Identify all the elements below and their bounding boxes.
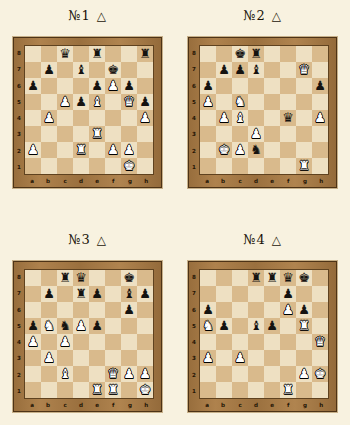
square-f5 <box>280 318 296 334</box>
square-c3 <box>57 126 73 142</box>
square-a3: ♟ <box>200 350 216 366</box>
square-c7: ♟ <box>232 62 248 78</box>
square-e7 <box>264 62 280 78</box>
square-e8: ♜ <box>89 46 105 62</box>
rank-label-8: 8 <box>190 47 198 60</box>
square-g7 <box>296 286 312 302</box>
black-pawn-piece: ♟ <box>43 62 55 78</box>
file-label-d: d <box>74 400 87 410</box>
square-d2: ♞ <box>248 142 264 158</box>
board-squares: ♜♛♚♟♜♟♝♟♟♟♞♞♟♟♟♟♟♝♛♟♟♜♜♚ <box>24 269 154 399</box>
rank-label-2: 2 <box>15 368 23 381</box>
square-b5 <box>41 94 57 110</box>
square-h3 <box>137 350 153 366</box>
black-queen-piece: ♛ <box>75 270 87 286</box>
square-c7 <box>57 62 73 78</box>
white-king-piece: ♚ <box>314 366 326 382</box>
square-b4 <box>41 334 57 350</box>
diagram-1-label: №1△ <box>68 8 107 24</box>
square-b3 <box>41 126 57 142</box>
square-b8 <box>216 270 232 286</box>
white-knight-piece: ♞ <box>43 318 55 334</box>
square-h2 <box>312 142 328 158</box>
square-h4: ♟ <box>137 110 153 126</box>
square-a4: ♟ <box>25 334 41 350</box>
square-f8 <box>280 46 296 62</box>
white-pawn-piece: ♟ <box>75 318 87 334</box>
rank-label-2: 2 <box>190 368 198 381</box>
square-f7: ♟ <box>280 286 296 302</box>
file-label-e: e <box>266 176 279 186</box>
square-g1 <box>121 382 137 398</box>
square-b6 <box>41 302 57 318</box>
file-label-c: c <box>233 400 246 410</box>
rank-label-5: 5 <box>15 95 23 108</box>
square-h1: ♚ <box>137 382 153 398</box>
square-d3: ♟ <box>248 126 264 142</box>
white-king-piece: ♚ <box>139 382 151 398</box>
square-d6 <box>248 78 264 94</box>
square-a8 <box>200 270 216 286</box>
rank-label-4: 4 <box>190 112 198 125</box>
square-f7 <box>105 286 121 302</box>
black-knight-piece: ♞ <box>250 142 262 158</box>
square-g5: ♜ <box>296 318 312 334</box>
square-g6: ♟ <box>121 78 137 94</box>
diagram-3: №3△ 87654321 ♜♛♚♟♜♟♝♟♟♟♞♞♟♟♟♟♟♝♛♟♟♜♜♚ ab… <box>13 232 162 412</box>
square-b8 <box>216 46 232 62</box>
chess-board-1: 87654321 ♛♜♜♟♝♚♟♟♟♟♟♟♝♛♟♟♟♜♟♜♟♟♚ abcdefg… <box>13 37 162 188</box>
square-c2: ♝ <box>57 366 73 382</box>
black-queen-piece: ♛ <box>59 46 71 62</box>
square-g2: ♟ <box>121 142 137 158</box>
square-h8 <box>137 270 153 286</box>
chess-board-3: 87654321 ♜♛♚♟♜♟♝♟♟♟♞♞♟♟♟♟♟♝♛♟♟♜♜♚ abcdef… <box>13 261 162 412</box>
square-h4 <box>137 334 153 350</box>
square-h7 <box>312 62 328 78</box>
square-b7: ♟ <box>41 62 57 78</box>
black-pawn-piece: ♟ <box>139 286 151 302</box>
black-pawn-piece: ♟ <box>91 78 103 94</box>
white-pawn-piece: ♟ <box>202 94 214 110</box>
square-c4 <box>232 334 248 350</box>
square-h6: ♟ <box>312 78 328 94</box>
square-f3 <box>280 350 296 366</box>
square-g4 <box>296 110 312 126</box>
square-e7: ♟ <box>89 286 105 302</box>
white-pawn-piece: ♟ <box>139 366 151 382</box>
square-e5: ♝ <box>89 94 105 110</box>
square-c2 <box>232 366 248 382</box>
square-a2 <box>25 366 41 382</box>
square-c6 <box>232 302 248 318</box>
square-d1 <box>248 382 264 398</box>
board-squares: ♚♜♟♟♝♛♟♟♟♞♟♝♛♟♟♚♟♞♜ <box>199 45 329 175</box>
square-g4 <box>121 110 137 126</box>
white-rook-piece: ♜ <box>282 382 294 398</box>
file-label-d: d <box>74 176 87 186</box>
black-pawn-piece: ♟ <box>218 62 230 78</box>
white-pawn-piece: ♟ <box>107 142 119 158</box>
square-d2 <box>248 366 264 382</box>
square-c5 <box>232 318 248 334</box>
square-d6 <box>73 78 89 94</box>
black-pawn-piece: ♟ <box>75 94 87 110</box>
square-d5: ♝ <box>248 318 264 334</box>
square-a7 <box>200 286 216 302</box>
black-queen-piece: ♛ <box>282 270 294 286</box>
white-pawn-piece: ♟ <box>218 110 230 126</box>
file-label-a: a <box>26 176 39 186</box>
file-label-e: e <box>266 400 279 410</box>
square-a5: ♟ <box>25 318 41 334</box>
white-pawn-piece: ♟ <box>282 302 294 318</box>
file-label-b: b <box>217 400 230 410</box>
square-f1 <box>105 158 121 174</box>
square-b2 <box>41 142 57 158</box>
white-rook-piece: ♜ <box>91 382 103 398</box>
file-label-f: f <box>107 176 120 186</box>
square-a3 <box>200 126 216 142</box>
white-queen-piece: ♛ <box>314 334 326 350</box>
square-e7 <box>264 286 280 302</box>
white-knight-piece: ♞ <box>202 318 214 334</box>
diagram-3-number: №3 <box>68 232 91 247</box>
white-rook-piece: ♜ <box>107 382 119 398</box>
black-king-piece: ♚ <box>234 46 246 62</box>
rank-label-6: 6 <box>15 303 23 316</box>
square-e1: ♜ <box>89 382 105 398</box>
white-queen-piece: ♛ <box>298 62 310 78</box>
square-e4 <box>89 334 105 350</box>
rank-label-1: 1 <box>15 160 23 173</box>
square-h6 <box>137 78 153 94</box>
square-a4 <box>25 110 41 126</box>
square-h7 <box>312 286 328 302</box>
square-g4 <box>296 334 312 350</box>
black-rook-piece: ♜ <box>59 270 71 286</box>
white-rook-piece: ♜ <box>298 318 310 334</box>
square-b2 <box>216 366 232 382</box>
square-f3 <box>280 126 296 142</box>
rank-label-7: 7 <box>15 287 23 300</box>
square-e3 <box>264 126 280 142</box>
square-a3 <box>25 350 41 366</box>
square-c3: ♟ <box>232 350 248 366</box>
black-pawn-piece: ♟ <box>234 62 246 78</box>
square-c5: ♞ <box>232 94 248 110</box>
rank-label-5: 5 <box>190 95 198 108</box>
square-b5 <box>216 94 232 110</box>
square-e5: ♟ <box>264 318 280 334</box>
square-f2: ♛ <box>105 366 121 382</box>
square-a5: ♟ <box>200 94 216 110</box>
square-e8 <box>264 46 280 62</box>
white-knight-piece: ♞ <box>234 94 246 110</box>
black-pawn-piece: ♟ <box>43 286 55 302</box>
white-bishop-piece: ♝ <box>234 110 246 126</box>
white-rook-piece: ♜ <box>91 126 103 142</box>
square-h1 <box>312 382 328 398</box>
file-label-f: f <box>107 400 120 410</box>
black-knight-piece: ♞ <box>59 318 71 334</box>
square-g1 <box>296 382 312 398</box>
black-bishop-piece: ♝ <box>250 62 262 78</box>
file-label-h: h <box>314 400 327 410</box>
square-a5 <box>25 94 41 110</box>
square-b1 <box>216 382 232 398</box>
black-bishop-piece: ♝ <box>75 62 87 78</box>
square-h7: ♟ <box>137 286 153 302</box>
black-pawn-piece: ♟ <box>298 302 310 318</box>
rank-label-6: 6 <box>15 79 23 92</box>
rank-label-3: 3 <box>190 352 198 365</box>
square-c6 <box>57 302 73 318</box>
square-f4 <box>280 334 296 350</box>
square-h6 <box>137 302 153 318</box>
square-e1 <box>89 158 105 174</box>
file-label-g: g <box>123 400 136 410</box>
square-h2: ♟ <box>137 366 153 382</box>
square-e2 <box>89 366 105 382</box>
square-d2: ♜ <box>73 142 89 158</box>
square-b7: ♟ <box>216 62 232 78</box>
square-d1 <box>73 158 89 174</box>
white-to-move-icon: △ <box>272 9 282 23</box>
square-g7 <box>121 62 137 78</box>
rank-label-2: 2 <box>190 144 198 157</box>
diagram-1: №1△ 87654321 ♛♜♜♟♝♚♟♟♟♟♟♟♝♛♟♟♟♜♟♜♟♟♚ abc… <box>13 0 162 188</box>
square-f8 <box>105 46 121 62</box>
black-pawn-piece: ♟ <box>266 318 278 334</box>
square-d6 <box>73 302 89 318</box>
square-d5 <box>248 94 264 110</box>
square-f1: ♜ <box>105 382 121 398</box>
rank-labels: 87654321 <box>189 269 199 399</box>
white-pawn-piece: ♟ <box>298 366 310 382</box>
square-a6 <box>25 302 41 318</box>
diagram-1-number: №1 <box>68 8 91 23</box>
square-a6: ♟ <box>200 78 216 94</box>
square-b7 <box>216 286 232 302</box>
rank-label-4: 4 <box>15 112 23 125</box>
square-e7 <box>89 62 105 78</box>
square-c4: ♝ <box>232 110 248 126</box>
white-pawn-piece: ♟ <box>59 334 71 350</box>
diagram-4-number: №4 <box>243 232 266 247</box>
square-d4 <box>248 334 264 350</box>
black-pawn-piece: ♟ <box>27 318 39 334</box>
square-c3 <box>57 350 73 366</box>
square-g5 <box>296 94 312 110</box>
file-label-g: g <box>123 176 136 186</box>
puzzle-page: №1△ 87654321 ♛♜♜♟♝♚♟♟♟♟♟♟♝♛♟♟♟♜♟♜♟♟♚ abc… <box>0 0 350 425</box>
square-g1: ♚ <box>121 158 137 174</box>
black-pawn-piece: ♟ <box>282 286 294 302</box>
square-a4 <box>200 110 216 126</box>
white-pawn-piece: ♟ <box>107 78 119 94</box>
square-c1 <box>57 158 73 174</box>
square-a1 <box>25 158 41 174</box>
white-pawn-piece: ♟ <box>234 142 246 158</box>
square-h5 <box>137 318 153 334</box>
square-d1 <box>73 382 89 398</box>
diagram-grid: №1△ 87654321 ♛♜♜♟♝♚♟♟♟♟♟♟♝♛♟♟♟♜♟♜♟♟♚ abc… <box>0 0 350 412</box>
diagram-2-number: №2 <box>243 8 266 23</box>
white-king-piece: ♚ <box>123 158 135 174</box>
rank-labels: 87654321 <box>14 269 24 399</box>
square-h8 <box>312 270 328 286</box>
square-e3: ♜ <box>89 126 105 142</box>
file-label-a: a <box>201 400 214 410</box>
square-a3 <box>25 126 41 142</box>
white-pawn-piece: ♟ <box>250 126 262 142</box>
black-pawn-piece: ♟ <box>91 318 103 334</box>
square-e5: ♟ <box>89 318 105 334</box>
square-b3: ♟ <box>41 350 57 366</box>
black-rook-piece: ♜ <box>75 286 87 302</box>
square-d5: ♟ <box>73 94 89 110</box>
square-h1 <box>312 158 328 174</box>
white-pawn-piece: ♟ <box>27 142 39 158</box>
square-f2 <box>280 142 296 158</box>
square-f8: ♛ <box>280 270 296 286</box>
square-a6: ♟ <box>200 302 216 318</box>
white-pawn-piece: ♟ <box>314 110 326 126</box>
white-pawn-piece: ♟ <box>43 350 55 366</box>
black-bishop-piece: ♝ <box>250 318 262 334</box>
black-king-piece: ♚ <box>298 270 310 286</box>
square-c8: ♜ <box>57 270 73 286</box>
rank-label-7: 7 <box>190 287 198 300</box>
square-c7 <box>232 286 248 302</box>
file-labels: abcdefgh <box>24 175 154 187</box>
chess-board-4: 87654321 ♜♜♛♚♟♟♟♟♞♟♝♟♜♛♟♟♟♚♜ abcdefgh <box>188 261 337 412</box>
square-b8 <box>41 46 57 62</box>
square-g5 <box>121 318 137 334</box>
square-h5 <box>312 318 328 334</box>
rank-label-7: 7 <box>15 63 23 76</box>
square-d7 <box>248 286 264 302</box>
square-e2 <box>89 142 105 158</box>
white-to-move-icon: △ <box>97 233 107 247</box>
square-h3 <box>312 350 328 366</box>
square-e8 <box>89 270 105 286</box>
black-bishop-piece: ♝ <box>123 286 135 302</box>
square-c5: ♞ <box>57 318 73 334</box>
square-e4 <box>264 110 280 126</box>
rank-label-1: 1 <box>190 160 198 173</box>
square-d4 <box>73 110 89 126</box>
rank-label-8: 8 <box>15 271 23 284</box>
square-h1 <box>137 158 153 174</box>
square-e2 <box>264 366 280 382</box>
square-b4 <box>216 334 232 350</box>
square-f7 <box>280 62 296 78</box>
black-pawn-piece: ♟ <box>202 302 214 318</box>
white-to-move-icon: △ <box>97 9 107 23</box>
rank-label-5: 5 <box>15 319 23 332</box>
board-squares: ♜♜♛♚♟♟♟♟♞♟♝♟♜♛♟♟♟♚♜ <box>199 269 329 399</box>
rank-label-1: 1 <box>15 384 23 397</box>
file-label-c: c <box>58 176 71 186</box>
square-a7 <box>200 62 216 78</box>
file-label-a: a <box>26 400 39 410</box>
rank-labels: 87654321 <box>14 45 24 175</box>
square-d7: ♜ <box>73 286 89 302</box>
file-label-e: e <box>91 400 104 410</box>
file-label-f: f <box>282 176 295 186</box>
square-a2 <box>200 366 216 382</box>
square-g8: ♚ <box>296 270 312 286</box>
square-d5: ♟ <box>73 318 89 334</box>
file-labels: abcdefgh <box>199 399 329 411</box>
square-d1 <box>248 158 264 174</box>
white-queen-piece: ♛ <box>123 94 135 110</box>
rank-label-2: 2 <box>15 144 23 157</box>
white-pawn-piece: ♟ <box>123 366 135 382</box>
rank-label-4: 4 <box>15 336 23 349</box>
file-labels: abcdefgh <box>24 399 154 411</box>
square-c1 <box>232 382 248 398</box>
file-label-e: e <box>91 176 104 186</box>
square-b5: ♟ <box>216 318 232 334</box>
file-label-g: g <box>298 400 311 410</box>
file-label-f: f <box>282 400 295 410</box>
square-c1 <box>57 382 73 398</box>
square-h3 <box>312 126 328 142</box>
black-pawn-piece: ♟ <box>123 302 135 318</box>
square-f3 <box>105 126 121 142</box>
square-e3 <box>89 350 105 366</box>
file-label-b: b <box>42 176 55 186</box>
square-g3 <box>296 350 312 366</box>
diagram-2: №2△ 87654321 ♚♜♟♟♝♛♟♟♟♞♟♝♛♟♟♚♟♞♜ abcdefg… <box>188 0 337 188</box>
square-c8 <box>232 270 248 286</box>
black-rook-piece: ♜ <box>91 46 103 62</box>
square-a7 <box>25 62 41 78</box>
black-pawn-piece: ♟ <box>123 78 135 94</box>
square-f4 <box>105 334 121 350</box>
square-e4 <box>89 110 105 126</box>
square-h2: ♚ <box>312 366 328 382</box>
square-d4 <box>248 110 264 126</box>
file-label-b: b <box>42 400 55 410</box>
square-b3 <box>216 350 232 366</box>
file-label-h: h <box>139 400 152 410</box>
square-c6 <box>232 78 248 94</box>
white-rook-piece: ♜ <box>298 158 310 174</box>
file-label-c: c <box>58 400 71 410</box>
square-g3 <box>296 126 312 142</box>
square-d4 <box>73 334 89 350</box>
square-c4: ♟ <box>57 334 73 350</box>
rank-label-8: 8 <box>15 47 23 60</box>
square-h2 <box>137 142 153 158</box>
square-b2 <box>41 366 57 382</box>
square-d2 <box>73 366 89 382</box>
diagram-4-label: №4△ <box>243 232 282 248</box>
square-g7: ♛ <box>296 62 312 78</box>
square-g3 <box>121 126 137 142</box>
file-label-a: a <box>201 176 214 186</box>
square-h8: ♜ <box>137 46 153 62</box>
file-label-d: d <box>249 176 262 186</box>
square-f6 <box>280 78 296 94</box>
square-a2: ♟ <box>25 142 41 158</box>
square-a4 <box>200 334 216 350</box>
white-bishop-piece: ♝ <box>91 94 103 110</box>
